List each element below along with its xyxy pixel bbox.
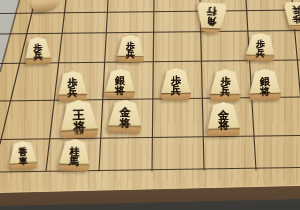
koma-face: 歩兵 [160,68,192,100]
koma-kanji: 歩兵 [57,71,89,102]
koma-face: 王将 [58,99,99,138]
piece-sente-king-88[interactable]: 王将 [58,99,99,138]
koma-kanji: 銀将 [104,69,137,99]
piece-sente-pawn-76[interactable]: 歩兵 [116,35,145,63]
koma-face: 歩兵 [57,71,89,102]
koma-face: 銀将 [248,69,283,101]
koma-face: 金将 [206,102,242,137]
koma-kanji: 歩兵 [116,35,145,63]
koma-face: 銀将 [104,69,137,99]
piece-sente-pawn-67[interactable]: 歩兵 [160,68,192,100]
piece-sente-silver-77[interactable]: 銀将 [104,69,137,99]
koma-face: 桂馬 [57,138,91,171]
koma-kanji: 歩兵 [24,37,53,65]
piece-sente-gold-78[interactable]: 金将 [106,99,143,133]
koma-kanji: 歩兵 [160,68,192,100]
piece-sente-lance-99[interactable]: 香車 [7,140,38,170]
piece-gote-pawn-35[interactable]: 歩兵 [284,2,300,31]
grid-lines [0,0,300,210]
koma-face: 香車 [7,140,38,170]
koma-kanji: 金将 [206,102,242,137]
koma-face: 歩兵 [284,2,300,31]
koma-kanji: 香車 [7,140,38,170]
koma-face: 歩兵 [245,32,277,61]
piece-sente-gold-58[interactable]: 金将 [206,102,242,137]
piece-sente-pawn-96[interactable]: 歩兵 [24,37,53,65]
koma-face: 角行 [195,2,228,35]
piece-sente-pawn-46[interactable]: 歩兵 [245,32,277,61]
piece-sente-pawn-57[interactable]: 歩兵 [209,69,243,102]
koma-kanji: 歩兵 [245,32,277,61]
piece-sente-knight-89[interactable]: 桂馬 [57,138,91,171]
piece-sente-pawn-87[interactable]: 歩兵 [57,71,89,102]
koma-face: 歩兵 [209,69,243,102]
koma-kanji: 歩兵 [284,2,300,31]
maker-mark-icon [74,130,85,134]
koma-face: 金将 [106,99,143,133]
koma-kanji: 歩兵 [209,69,243,102]
koma-kanji: 角行 [195,2,228,35]
koma-kanji: 銀将 [248,69,283,101]
piece-gote-bishop-55[interactable]: 角行 [195,2,228,35]
shogi-board-photo: 角行歩兵歩兵歩兵歩兵歩兵銀将歩兵歩兵銀将王将金将金将香車桂馬 [0,0,300,210]
koma-face: 歩兵 [116,35,145,63]
koma-kanji: 桂馬 [57,138,91,171]
koma-kanji: 金将 [106,99,143,133]
piece-sente-silver-47[interactable]: 銀将 [248,69,283,101]
koma-face: 歩兵 [24,37,53,65]
